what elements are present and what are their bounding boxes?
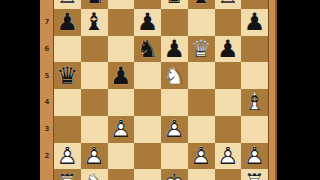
- square-c2[interactable]: [108, 143, 135, 170]
- square-g3[interactable]: [215, 116, 242, 143]
- square-d3[interactable]: [134, 116, 161, 143]
- square-g8[interactable]: ♜: [215, 0, 242, 9]
- square-g2[interactable]: ♟♙: [215, 143, 242, 170]
- square-g6[interactable]: ♟: [215, 36, 242, 63]
- piece-white-pawn: ♟♙: [190, 144, 212, 168]
- rank-label-4: 4: [40, 98, 54, 106]
- square-a1[interactable]: ♜♖: [54, 169, 81, 180]
- square-a4[interactable]: [54, 89, 81, 116]
- rank-label-1: 1: [40, 179, 54, 180]
- piece-white-knight: ♞♘: [83, 171, 105, 180]
- piece-black-pawn: ♟: [137, 10, 159, 34]
- piece-white-pawn: ♟♙: [217, 144, 239, 168]
- square-b2[interactable]: ♟♙: [81, 143, 108, 170]
- piece-black-queen: ♛: [57, 64, 79, 88]
- square-b1[interactable]: ♞♘: [81, 169, 108, 180]
- square-b6[interactable]: [81, 36, 108, 63]
- square-a3[interactable]: [54, 116, 81, 143]
- square-e3[interactable]: ♟♙: [161, 116, 188, 143]
- piece-white-knight: ♞♘: [164, 64, 186, 88]
- piece-black-rook: ♜: [57, 0, 79, 7]
- square-d6[interactable]: ♞: [134, 36, 161, 63]
- square-e1[interactable]: ♚♔: [161, 169, 188, 180]
- square-b7[interactable]: ♝: [81, 9, 108, 36]
- square-c4[interactable]: [108, 89, 135, 116]
- square-g4[interactable]: [215, 89, 242, 116]
- rank-label-2: 2: [40, 152, 54, 160]
- piece-black-knight: ♞: [83, 0, 105, 7]
- square-f7[interactable]: [188, 9, 215, 36]
- piece-black-bishop: ♝: [83, 10, 105, 34]
- piece-white-pawn: ♟♙: [83, 144, 105, 168]
- piece-white-pawn: ♟♙: [164, 117, 186, 141]
- square-h2[interactable]: ♟♙: [241, 143, 268, 170]
- square-e8[interactable]: ♚: [161, 0, 188, 9]
- square-f3[interactable]: [188, 116, 215, 143]
- piece-white-pawn: ♟♙: [110, 117, 132, 141]
- square-h3[interactable]: [241, 116, 268, 143]
- piece-black-pawn: ♟: [57, 10, 79, 34]
- square-f4[interactable]: [188, 89, 215, 116]
- square-h7[interactable]: ♟: [241, 9, 268, 36]
- piece-black-bishop: ♝: [190, 0, 212, 7]
- square-g5[interactable]: [215, 62, 242, 89]
- piece-white-bishop: ♝♗: [244, 90, 266, 114]
- square-b3[interactable]: [81, 116, 108, 143]
- square-c5[interactable]: ♟: [108, 62, 135, 89]
- square-e6[interactable]: ♟: [161, 36, 188, 63]
- square-a7[interactable]: ♟: [54, 9, 81, 36]
- piece-black-king: ♚: [164, 0, 186, 7]
- square-h5[interactable]: [241, 62, 268, 89]
- chess-board: ♜♞♚♝♜♟♝♟♟♞♟♛♕♟♛♟♞♘♝♗♟♙♟♙♟♙♟♙♟♙♟♙♟♙♜♖♞♘♚♔…: [54, 0, 268, 180]
- piece-white-pawn: ♟♙: [244, 144, 266, 168]
- piece-white-rook: ♜♖: [57, 171, 79, 180]
- square-c6[interactable]: [108, 36, 135, 63]
- rank-label-7: 7: [40, 18, 54, 26]
- piece-black-rook: ♜: [217, 0, 239, 7]
- square-d4[interactable]: [134, 89, 161, 116]
- square-h1[interactable]: ♜♖: [241, 169, 268, 180]
- square-g7[interactable]: [215, 9, 242, 36]
- square-e5[interactable]: ♞♘: [161, 62, 188, 89]
- piece-black-pawn: ♟: [217, 37, 239, 61]
- square-f8[interactable]: ♝: [188, 0, 215, 9]
- square-d7[interactable]: ♟: [134, 9, 161, 36]
- rank-label-6: 6: [40, 45, 54, 53]
- square-c3[interactable]: ♟♙: [108, 116, 135, 143]
- square-a2[interactable]: ♟♙: [54, 143, 81, 170]
- square-a5[interactable]: ♛: [54, 62, 81, 89]
- square-c8[interactable]: [108, 0, 135, 9]
- square-e7[interactable]: [161, 9, 188, 36]
- square-d1[interactable]: [134, 169, 161, 180]
- square-d2[interactable]: [134, 143, 161, 170]
- square-f2[interactable]: ♟♙: [188, 143, 215, 170]
- square-c7[interactable]: [108, 9, 135, 36]
- square-h6[interactable]: [241, 36, 268, 63]
- square-h4[interactable]: ♝♗: [241, 89, 268, 116]
- piece-black-knight: ♞: [137, 37, 159, 61]
- piece-black-pawn: ♟: [164, 37, 186, 61]
- piece-white-rook: ♜♖: [244, 171, 266, 180]
- piece-white-queen: ♛♕: [190, 37, 212, 61]
- chess-diagram: 87654321 ♜♞♚♝♜♟♝♟♟♞♟♛♕♟♛♟♞♘♝♗♟♙♟♙♟♙♟♙♟♙♟…: [0, 0, 320, 180]
- piece-white-king: ♚♔: [164, 171, 186, 180]
- square-a6[interactable]: [54, 36, 81, 63]
- piece-black-pawn: ♟: [244, 10, 266, 34]
- square-b4[interactable]: [81, 89, 108, 116]
- square-c1[interactable]: [108, 169, 135, 180]
- square-e4[interactable]: [161, 89, 188, 116]
- square-f6[interactable]: ♛♕: [188, 36, 215, 63]
- square-f1[interactable]: [188, 169, 215, 180]
- square-f5[interactable]: [188, 62, 215, 89]
- square-e2[interactable]: [161, 143, 188, 170]
- square-b5[interactable]: [81, 62, 108, 89]
- rank-label-3: 3: [40, 125, 54, 133]
- rank-label-5: 5: [40, 72, 54, 80]
- square-g1[interactable]: [215, 169, 242, 180]
- piece-white-pawn: ♟♙: [57, 144, 79, 168]
- square-d5[interactable]: [134, 62, 161, 89]
- piece-black-pawn: ♟: [110, 64, 132, 88]
